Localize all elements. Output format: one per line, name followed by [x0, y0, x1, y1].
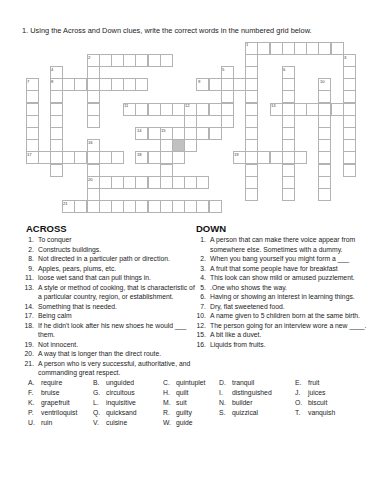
word-bank-word: distinguished — [232, 389, 272, 396]
grid-cell[interactable] — [87, 66, 100, 79]
grid-cell[interactable] — [282, 139, 295, 152]
word-bank-letter: R. — [163, 408, 172, 418]
grid-cell[interactable] — [184, 115, 197, 128]
cell-number: 4 — [51, 67, 53, 71]
grid-cell[interactable] — [99, 176, 112, 189]
down-clue: 6.Having or showing an interest in learn… — [192, 292, 384, 302]
cell-number: 15 — [161, 128, 166, 132]
grid-cell[interactable] — [184, 176, 197, 189]
grid-cell[interactable] — [135, 176, 148, 189]
grid-cell[interactable] — [184, 200, 197, 213]
grid-cell[interactable] — [135, 200, 148, 213]
grid-cell[interactable] — [123, 78, 136, 91]
cell-number: 9 — [198, 79, 200, 83]
word-bank-letter: C. — [163, 378, 172, 388]
cell-number: 7 — [27, 79, 29, 83]
grid-cell[interactable] — [99, 54, 112, 67]
across-clue: 19.Not innocent. — [20, 340, 220, 350]
word-bank-letter: W. — [163, 418, 172, 428]
word-bank-word: circuitous — [106, 389, 135, 396]
grid-cell[interactable] — [50, 151, 63, 164]
cell-number: 16 — [88, 140, 93, 144]
word-bank-letter: A. — [28, 378, 37, 388]
word-bank-item: H.quilt — [163, 388, 219, 398]
across-clue: 2.Constructs buildings. — [20, 245, 220, 255]
grid-cell[interactable] — [74, 151, 87, 164]
grid-cell[interactable] — [196, 200, 209, 213]
grid-cell[interactable] — [343, 127, 356, 140]
clue-number: 17. — [20, 311, 34, 321]
across-clue: 11.loose wet sand that can pull things i… — [20, 273, 220, 283]
grid-cell[interactable] — [184, 127, 197, 140]
grid-cell[interactable] — [245, 188, 258, 201]
down-clue: 16.Liquids from fruits. — [192, 340, 384, 350]
word-bank-letter: L. — [93, 398, 102, 408]
grid-cell[interactable] — [87, 115, 100, 128]
clue-number: 14. — [20, 302, 34, 312]
blocked-cell — [172, 139, 185, 152]
clue-number: 4. — [192, 273, 206, 283]
grid-cell[interactable] — [87, 188, 100, 201]
clue-text: A way that is longer than the direct rou… — [38, 350, 161, 357]
grid-cell[interactable] — [111, 78, 124, 91]
word-bank-word: grapefruit — [41, 399, 70, 406]
across-clue: 13.A style or method of cooking, that is… — [20, 283, 220, 302]
clue-text: If he didn't look after his new shoes he… — [38, 322, 186, 339]
grid-cell[interactable] — [123, 176, 136, 189]
grid-cell[interactable] — [111, 151, 124, 164]
grid-cell[interactable] — [318, 42, 331, 55]
clue-number: 7. — [192, 302, 206, 312]
grid-cell[interactable] — [318, 151, 331, 164]
clue-text: A person that can make there voice appea… — [210, 236, 355, 253]
grid-cell[interactable] — [282, 127, 295, 140]
down-clue: 7.Dry, flat sweetened food. — [192, 302, 384, 312]
word-bank-word: cuisine — [106, 419, 127, 426]
word-bank-word: bruise — [41, 389, 60, 396]
cell-number: 8 — [51, 79, 53, 83]
grid-cell[interactable] — [209, 127, 222, 140]
word-bank-item: P.ventriloquist — [28, 408, 93, 418]
grid-cell[interactable] — [294, 42, 307, 55]
word-bank-word: juices — [308, 389, 325, 396]
grid-cell[interactable] — [233, 78, 246, 91]
clue-number: 20. — [20, 349, 34, 359]
word-bank-word: quicksand — [106, 409, 137, 416]
grid-cell[interactable] — [196, 176, 209, 189]
across-clue: 9.Apples, pears, plums, etc. — [20, 264, 220, 274]
grid-cell[interactable] — [282, 176, 295, 189]
word-bank-letter: I. — [219, 388, 228, 398]
clue-number: 12. — [192, 321, 206, 331]
clue-text: A fruit that some people have for breakf… — [210, 265, 338, 272]
grid-cell[interactable] — [135, 78, 148, 91]
word-bank-letter: K. — [28, 398, 37, 408]
grid-cell[interactable] — [245, 90, 258, 103]
down-clue-list: 1.A person that can make there voice app… — [192, 235, 384, 349]
across-header: ACROSS — [26, 223, 67, 234]
cell-number: 13 — [271, 103, 276, 107]
cell-number: 3 — [344, 55, 346, 59]
grid-cell[interactable] — [160, 103, 173, 116]
word-bank-letter: P. — [28, 408, 37, 418]
clue-text: A style or method of cooking, that is ch… — [38, 284, 195, 301]
grid-cell[interactable] — [38, 151, 51, 164]
word-bank-word: inquisitive — [106, 399, 136, 406]
clue-number: 1. — [192, 235, 206, 245]
grid-cell[interactable] — [245, 66, 258, 79]
grid-cell[interactable] — [135, 54, 148, 67]
word-bank-letter: J. — [295, 388, 304, 398]
grid-cell[interactable] — [160, 54, 173, 67]
clue-number: 9. — [20, 264, 34, 274]
grid-cell[interactable] — [74, 200, 87, 213]
grid-cell[interactable] — [343, 66, 356, 79]
grid-cell[interactable] — [50, 127, 63, 140]
cell-number: 5 — [222, 67, 224, 71]
grid-cell[interactable] — [50, 139, 63, 152]
word-bank-item: Q.quicksand — [93, 408, 163, 418]
grid-cell[interactable] — [282, 42, 295, 55]
grid-cell[interactable] — [123, 54, 136, 67]
grid-cell[interactable] — [172, 200, 185, 213]
word-bank-item: A.require — [28, 378, 93, 388]
word-bank-letter: U. — [28, 418, 37, 428]
grid-cell[interactable] — [343, 151, 356, 164]
clue-text: Apples, pears, plums, etc. — [38, 265, 116, 272]
clue-number: 13. — [20, 283, 34, 293]
clue-number: 15. — [192, 330, 206, 340]
across-clue: 1.To conquer — [20, 235, 220, 245]
word-bank-item: B.unguided — [93, 378, 163, 388]
grid-cell[interactable] — [99, 78, 112, 91]
grid-cell[interactable] — [306, 42, 319, 55]
cell-number: 17 — [27, 152, 32, 156]
word-bank-letter: V. — [93, 418, 102, 428]
clue-text: Constructs buildings. — [38, 246, 101, 253]
word-bank-word: ruin — [41, 419, 52, 426]
down-clue: 2.When you bang yourself you might form … — [192, 254, 384, 264]
grid-cell[interactable] — [111, 200, 124, 213]
word-bank-word: require — [41, 379, 62, 386]
cell-number: 6 — [283, 67, 285, 71]
grid-cell[interactable] — [172, 127, 185, 140]
grid-cell[interactable] — [245, 151, 258, 164]
grid-cell[interactable] — [221, 78, 234, 91]
across-clue: 14.Something that is needed. — [20, 302, 220, 312]
down-clue: 1.A person that can make there voice app… — [192, 235, 384, 254]
word-bank-letter: M. — [163, 398, 172, 408]
clue-text: Liquids from fruits. — [210, 341, 266, 348]
clue-number: 21. — [20, 359, 34, 369]
clue-number: 16. — [192, 340, 206, 350]
clue-text: Something that is needed. — [38, 303, 117, 310]
grid-cell[interactable] — [318, 90, 331, 103]
clue-number: 2. — [20, 245, 34, 255]
grid-cell[interactable] — [160, 151, 173, 164]
word-bank-word: biscuit — [308, 399, 327, 406]
grid-cell[interactable] — [196, 127, 209, 140]
clue-text: A bit like a duvet. — [210, 331, 261, 338]
grid-cell[interactable] — [50, 164, 63, 177]
clue-number: 2. — [192, 254, 206, 264]
grid-cell[interactable] — [294, 103, 307, 116]
clue-text: Dry, flat sweetened food. — [210, 303, 285, 310]
grid-cell[interactable] — [318, 115, 331, 128]
worksheet-page: 1. Using the Across and Down clues, writ… — [0, 0, 386, 500]
grid-cell[interactable] — [221, 90, 234, 103]
grid-cell[interactable] — [343, 90, 356, 103]
cell-number: 19 — [234, 152, 239, 156]
grid-cell[interactable] — [343, 139, 356, 152]
word-bank-item: R.guilty — [163, 408, 219, 418]
word-bank-item: G.circuitous — [93, 388, 163, 398]
cell-number: 10 — [320, 79, 325, 83]
word-bank-word: guide — [176, 419, 193, 426]
grid-cell[interactable] — [245, 115, 258, 128]
word-bank-word: quizzical — [232, 409, 258, 416]
word-bank-item: J.juices — [295, 388, 375, 398]
word-bank-item: N.builder — [219, 398, 295, 408]
word-bank: A.requireB.unguidedC.quintupletD.tranqui… — [28, 378, 375, 428]
grid-cell[interactable] — [245, 176, 258, 189]
grid-cell[interactable] — [282, 78, 295, 91]
instructions: 1. Using the Across and Down clues, writ… — [22, 26, 377, 35]
word-bank-letter: N. — [219, 398, 228, 408]
word-bank-letter: T. — [295, 408, 304, 418]
across-clue: 21.A person who is very successful, auth… — [20, 359, 220, 378]
word-bank-word: fruit — [308, 379, 319, 386]
word-bank-item: D.tranquil — [219, 378, 295, 388]
grid-cell[interactable] — [294, 151, 307, 164]
clue-text: This look can show mild or amused puzzle… — [210, 274, 355, 281]
grid-cell[interactable] — [160, 139, 173, 152]
grid-cell[interactable] — [74, 78, 87, 91]
grid-cell[interactable] — [99, 151, 112, 164]
clue-text: loose wet sand that can pull things in. — [38, 274, 151, 281]
cell-number: 2 — [88, 55, 90, 59]
grid-cell[interactable] — [245, 54, 258, 67]
cell-number: 20 — [88, 177, 93, 181]
clue-text: Not innocent. — [38, 341, 78, 348]
word-bank-item: I.distinguished — [219, 388, 295, 398]
grid-cell[interactable] — [257, 151, 270, 164]
clue-text: When you bang yourself you might form a … — [210, 255, 349, 262]
down-clue: 4.This look can show mild or amused puzz… — [192, 273, 384, 283]
grid-cell[interactable] — [172, 151, 185, 164]
down-clue: 5..One who shows the way. — [192, 283, 384, 293]
clue-number: 10. — [192, 311, 206, 321]
clue-text: .One who shows the way. — [210, 284, 287, 291]
word-bank-item: K.grapefruit — [28, 398, 93, 408]
grid-cell[interactable] — [318, 127, 331, 140]
grid-cell[interactable] — [160, 176, 173, 189]
clue-text: To conquer — [38, 236, 72, 243]
across-clue-list: 1.To conquer2.Constructs buildings.8.Not… — [20, 235, 220, 378]
grid-cell[interactable] — [50, 90, 63, 103]
word-bank-word: suit — [176, 399, 187, 406]
word-bank-word: quintuplet — [176, 379, 205, 386]
grid-cell[interactable] — [343, 164, 356, 177]
clue-number: 5. — [192, 283, 206, 293]
grid-cell[interactable] — [318, 188, 331, 201]
grid-cell[interactable] — [99, 200, 112, 213]
down-clue: 10.A name given to 5 children born at th… — [192, 311, 384, 321]
clue-number: 8. — [20, 254, 34, 264]
clue-text: Being calm — [38, 312, 72, 319]
clue-number: 3. — [192, 264, 206, 274]
grid-cell[interactable] — [318, 176, 331, 189]
grid-cell[interactable] — [282, 90, 295, 103]
grid-cell[interactable] — [26, 139, 39, 152]
clue-number: 19. — [20, 340, 34, 350]
word-bank-item: V.cuisine — [93, 418, 163, 428]
across-clue: 18.If he didn't look after his new shoes… — [20, 321, 220, 340]
word-bank-item: C.quintuplet — [163, 378, 219, 388]
word-bank-letter: G. — [93, 388, 102, 398]
word-bank-item: S.quizzical — [219, 408, 295, 418]
grid-cell[interactable] — [282, 115, 295, 128]
grid-cell[interactable] — [257, 42, 270, 55]
word-bank-word: quilt — [176, 389, 188, 396]
grid-cell[interactable] — [343, 115, 356, 128]
word-bank-word: ventriloquist — [41, 409, 77, 416]
word-bank-word: builder — [232, 399, 252, 406]
grid-cell[interactable] — [184, 139, 197, 152]
word-bank-item: L.inquisitive — [93, 398, 163, 408]
grid-cell[interactable] — [26, 115, 39, 128]
across-clue: 20.A way that is longer than the direct … — [20, 349, 220, 359]
word-bank-word: vanquish — [308, 409, 335, 416]
word-bank-item: T.vanquish — [295, 408, 375, 418]
grid-cell[interactable] — [343, 78, 356, 91]
word-bank-letter: S. — [219, 408, 228, 418]
grid-cell[interactable] — [26, 90, 39, 103]
grid-cell[interactable] — [111, 176, 124, 189]
clue-text: A name given to 5 children born at the s… — [210, 312, 360, 319]
down-header: DOWN — [196, 223, 226, 234]
grid-cell[interactable] — [196, 103, 209, 116]
word-bank-item: E.fruit — [295, 378, 375, 388]
cell-number: 14 — [137, 128, 142, 132]
grid-cell[interactable] — [62, 78, 75, 91]
grid-cell[interactable] — [209, 200, 222, 213]
grid-cell[interactable] — [306, 103, 319, 116]
grid-cell[interactable] — [160, 200, 173, 213]
grid-cell[interactable] — [245, 139, 258, 152]
word-bank-letter: E. — [295, 378, 304, 388]
cell-number: 21 — [63, 201, 68, 205]
grid-cell[interactable] — [123, 200, 136, 213]
word-bank-word: unguided — [106, 379, 134, 386]
clue-text: Having or showing an interest in learnin… — [210, 293, 355, 300]
clue-number: 11. — [20, 273, 34, 283]
grid-cell[interactable] — [87, 90, 100, 103]
across-clue: 8.Not directed in a particuler path or d… — [20, 254, 220, 264]
across-clue: 17.Being calm — [20, 311, 220, 321]
word-bank-letter: F. — [28, 388, 37, 398]
down-clue: 12.The person going for an interview wor… — [192, 321, 384, 331]
grid-cell[interactable] — [282, 151, 295, 164]
word-bank-letter: Q. — [93, 408, 102, 418]
grid-cell[interactable] — [50, 115, 63, 128]
grid-cell[interactable] — [172, 103, 185, 116]
clue-text: The person going for an interview wore a… — [210, 322, 366, 329]
word-bank-letter: H. — [163, 388, 172, 398]
grid-cell[interactable] — [245, 127, 258, 140]
word-bank-item: O.biscuit — [295, 398, 375, 408]
word-bank-item: W.guide — [163, 418, 219, 428]
word-bank-letter: O. — [295, 398, 304, 408]
down-clue: 3.A fruit that some people have for brea… — [192, 264, 384, 274]
clue-text: A person who is very successful, authori… — [38, 360, 190, 377]
grid-cell[interactable] — [62, 151, 75, 164]
grid-cell[interactable] — [221, 115, 234, 128]
word-bank-letter: B. — [93, 378, 102, 388]
grid-cell[interactable] — [282, 188, 295, 201]
grid-cell[interactable] — [26, 127, 39, 140]
clue-number: 6. — [192, 292, 206, 302]
word-bank-word: guilty — [176, 409, 192, 416]
grid-cell[interactable] — [111, 54, 124, 67]
grid-cell[interactable] — [135, 103, 148, 116]
clue-text: Not directed in a particuler path or dir… — [38, 255, 170, 262]
word-bank-word: tranquil — [232, 379, 254, 386]
clue-number: 18. — [20, 321, 34, 331]
word-bank-item: U.ruin — [28, 418, 93, 428]
word-bank-item: F.bruise — [28, 388, 93, 398]
down-clue: 15.A bit like a duvet. — [192, 330, 384, 340]
word-bank-letter: D. — [219, 378, 228, 388]
word-bank-item: M.suit — [163, 398, 219, 408]
grid-cell[interactable] — [245, 78, 258, 91]
cell-number: 11 — [124, 103, 128, 107]
grid-cell[interactable] — [318, 139, 331, 152]
grid-cell[interactable] — [172, 176, 185, 189]
cell-number: 18 — [137, 152, 142, 156]
cell-number: 12 — [185, 103, 190, 107]
clue-number: 1. — [20, 235, 34, 245]
crossword-grid: 123456789101112131415161718192021 — [26, 42, 356, 213]
cell-number: 1 — [246, 42, 248, 46]
